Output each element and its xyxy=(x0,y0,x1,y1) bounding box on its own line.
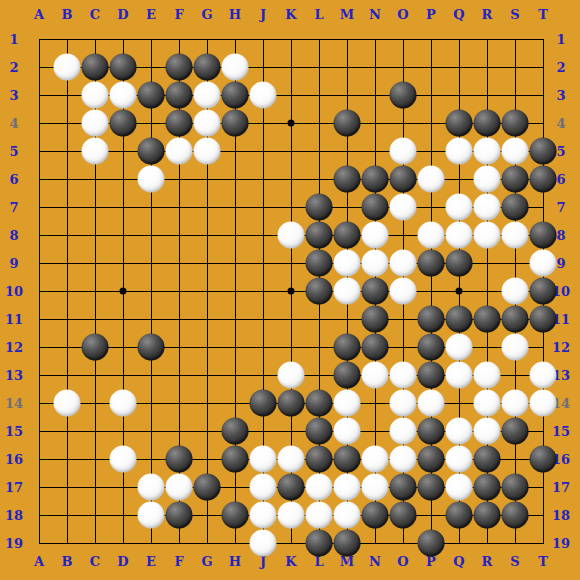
row-label: 1 xyxy=(556,33,565,46)
stone-black[interactable] xyxy=(222,110,249,137)
stone-black[interactable] xyxy=(418,250,445,277)
stone-white[interactable] xyxy=(390,250,417,277)
stone-white[interactable] xyxy=(474,418,501,445)
row-label: 11 xyxy=(5,313,23,326)
row-label: 3 xyxy=(9,89,18,102)
stone-white[interactable] xyxy=(82,82,109,109)
stone-black[interactable] xyxy=(306,194,333,221)
stone-black[interactable] xyxy=(82,334,109,361)
row-label: 19 xyxy=(552,537,570,550)
stone-black[interactable] xyxy=(362,166,389,193)
row-label: 5 xyxy=(556,145,565,158)
stone-white[interactable] xyxy=(110,82,137,109)
column-label: E xyxy=(146,555,156,568)
grid-hline xyxy=(39,543,544,544)
column-label: D xyxy=(117,555,128,568)
stone-white[interactable] xyxy=(138,166,165,193)
column-label: A xyxy=(34,555,44,568)
stone-black[interactable] xyxy=(502,166,529,193)
stone-white[interactable] xyxy=(82,110,109,137)
stone-white[interactable] xyxy=(250,82,277,109)
stone-black[interactable] xyxy=(222,502,249,529)
stone-white[interactable] xyxy=(362,446,389,473)
stone-black[interactable] xyxy=(502,502,529,529)
stone-white[interactable] xyxy=(418,390,445,417)
stone-white[interactable] xyxy=(446,418,473,445)
stone-white[interactable] xyxy=(334,390,361,417)
row-label: 3 xyxy=(556,89,565,102)
stone-black[interactable] xyxy=(530,222,557,249)
row-label: 2 xyxy=(9,61,18,74)
column-label: M xyxy=(340,8,354,21)
stone-black[interactable] xyxy=(474,446,501,473)
stone-black[interactable] xyxy=(194,54,221,81)
row-label: 15 xyxy=(5,425,23,438)
stone-white[interactable] xyxy=(250,502,277,529)
row-label: 16 xyxy=(5,453,23,466)
stone-black[interactable] xyxy=(278,390,305,417)
stone-black[interactable] xyxy=(390,502,417,529)
stone-white[interactable] xyxy=(334,502,361,529)
stone-black[interactable] xyxy=(138,334,165,361)
column-label: O xyxy=(397,555,408,568)
stone-black[interactable] xyxy=(502,306,529,333)
stone-black[interactable] xyxy=(222,82,249,109)
stone-black[interactable] xyxy=(334,334,361,361)
column-label: L xyxy=(314,8,323,21)
hoshi-point xyxy=(288,288,295,295)
stone-black[interactable] xyxy=(418,418,445,445)
stone-white[interactable] xyxy=(390,278,417,305)
stone-black[interactable] xyxy=(502,418,529,445)
column-label: B xyxy=(62,555,73,568)
stone-white[interactable] xyxy=(278,446,305,473)
stone-white[interactable] xyxy=(390,446,417,473)
column-label: G xyxy=(201,8,212,21)
stone-black[interactable] xyxy=(502,194,529,221)
column-label: E xyxy=(146,8,156,21)
stone-black[interactable] xyxy=(502,110,529,137)
stone-white[interactable] xyxy=(278,362,305,389)
stone-white[interactable] xyxy=(194,82,221,109)
row-label: 8 xyxy=(556,229,565,242)
row-label: 17 xyxy=(5,481,23,494)
stone-white[interactable] xyxy=(502,334,529,361)
stone-white[interactable] xyxy=(530,250,557,277)
stone-white[interactable] xyxy=(54,54,81,81)
stone-black[interactable] xyxy=(474,306,501,333)
stone-white[interactable] xyxy=(446,474,473,501)
stone-white[interactable] xyxy=(418,166,445,193)
row-label: 1 xyxy=(9,33,18,46)
column-label: F xyxy=(174,8,183,21)
stone-black[interactable] xyxy=(138,138,165,165)
stone-black[interactable] xyxy=(306,390,333,417)
stone-black[interactable] xyxy=(530,306,557,333)
stone-black[interactable] xyxy=(418,334,445,361)
stone-black[interactable] xyxy=(166,502,193,529)
column-label: Q xyxy=(453,555,464,568)
stone-black[interactable] xyxy=(306,446,333,473)
stone-white[interactable] xyxy=(166,474,193,501)
column-label: B xyxy=(62,8,73,21)
stone-white[interactable] xyxy=(138,474,165,501)
column-label: R xyxy=(482,8,493,21)
stone-black[interactable] xyxy=(362,334,389,361)
stone-black[interactable] xyxy=(306,530,333,557)
stone-black[interactable] xyxy=(306,278,333,305)
stone-black[interactable] xyxy=(334,222,361,249)
stone-white[interactable] xyxy=(474,166,501,193)
stone-white[interactable] xyxy=(250,530,277,557)
row-label: 4 xyxy=(556,117,565,130)
stone-black[interactable] xyxy=(222,446,249,473)
stone-white[interactable] xyxy=(446,334,473,361)
stone-white[interactable] xyxy=(362,474,389,501)
stone-black[interactable] xyxy=(446,110,473,137)
row-label: 18 xyxy=(5,509,23,522)
stone-white[interactable] xyxy=(446,222,473,249)
stone-black[interactable] xyxy=(446,250,473,277)
stone-white[interactable] xyxy=(138,502,165,529)
row-label: 7 xyxy=(556,201,565,214)
stone-white[interactable] xyxy=(334,474,361,501)
stone-black[interactable] xyxy=(110,54,137,81)
row-label: 13 xyxy=(5,369,23,382)
stone-black[interactable] xyxy=(474,502,501,529)
stone-white[interactable] xyxy=(194,138,221,165)
stone-black[interactable] xyxy=(194,474,221,501)
stone-white[interactable] xyxy=(502,222,529,249)
hoshi-point xyxy=(120,288,127,295)
hoshi-point xyxy=(288,120,295,127)
stone-white[interactable] xyxy=(110,446,137,473)
row-label: 14 xyxy=(5,397,23,410)
column-label: C xyxy=(90,555,100,568)
stone-black[interactable] xyxy=(390,166,417,193)
stone-black[interactable] xyxy=(418,446,445,473)
stone-black[interactable] xyxy=(446,306,473,333)
stone-white[interactable] xyxy=(474,362,501,389)
column-label: N xyxy=(369,8,381,21)
stone-white[interactable] xyxy=(446,362,473,389)
row-label: 6 xyxy=(556,173,565,186)
column-label: A xyxy=(34,8,44,21)
stone-white[interactable] xyxy=(306,502,333,529)
column-label: S xyxy=(510,8,519,21)
stone-white[interactable] xyxy=(446,446,473,473)
stone-white[interactable] xyxy=(530,362,557,389)
stone-black[interactable] xyxy=(390,474,417,501)
stone-black[interactable] xyxy=(390,82,417,109)
stone-white[interactable] xyxy=(390,362,417,389)
row-label: 10 xyxy=(5,285,23,298)
stone-white[interactable] xyxy=(110,390,137,417)
stone-black[interactable] xyxy=(362,502,389,529)
stone-white[interactable] xyxy=(502,390,529,417)
column-label: C xyxy=(90,8,100,21)
stone-white[interactable] xyxy=(530,390,557,417)
stone-black[interactable] xyxy=(362,278,389,305)
stone-black[interactable] xyxy=(418,474,445,501)
row-label: 6 xyxy=(9,173,18,186)
stone-black[interactable] xyxy=(362,306,389,333)
stone-black[interactable] xyxy=(474,110,501,137)
row-label: 19 xyxy=(5,537,23,550)
row-label: 17 xyxy=(552,481,570,494)
stone-black[interactable] xyxy=(278,474,305,501)
column-label: P xyxy=(426,8,436,21)
stone-white[interactable] xyxy=(250,474,277,501)
stone-black[interactable] xyxy=(502,474,529,501)
stone-black[interactable] xyxy=(166,446,193,473)
column-label: F xyxy=(174,555,183,568)
row-label: 18 xyxy=(552,509,570,522)
stone-white[interactable] xyxy=(474,138,501,165)
row-label: 15 xyxy=(552,425,570,438)
column-label: R xyxy=(482,555,493,568)
stone-white[interactable] xyxy=(418,222,445,249)
stone-black[interactable] xyxy=(530,278,557,305)
stone-white[interactable] xyxy=(334,418,361,445)
stone-black[interactable] xyxy=(418,530,445,557)
column-label: H xyxy=(229,8,241,21)
stone-black[interactable] xyxy=(334,166,361,193)
row-label: 12 xyxy=(5,341,23,354)
go-board[interactable]: AABBCCDDEEFFGGHHJJKKLLMMNNOOPPQQRRSSTT11… xyxy=(0,0,580,580)
column-label: H xyxy=(229,555,241,568)
stone-black[interactable] xyxy=(530,166,557,193)
stone-black[interactable] xyxy=(82,54,109,81)
row-label: 9 xyxy=(556,257,565,270)
stone-white[interactable] xyxy=(306,474,333,501)
stone-white[interactable] xyxy=(474,390,501,417)
stone-white[interactable] xyxy=(446,194,473,221)
column-label: J xyxy=(260,8,266,21)
row-label: 7 xyxy=(9,201,18,214)
stone-black[interactable] xyxy=(222,418,249,445)
stone-white[interactable] xyxy=(362,222,389,249)
stone-white[interactable] xyxy=(278,222,305,249)
row-label: 9 xyxy=(9,257,18,270)
stone-white[interactable] xyxy=(334,250,361,277)
stone-white[interactable] xyxy=(54,390,81,417)
stone-white[interactable] xyxy=(390,390,417,417)
row-label: 5 xyxy=(9,145,18,158)
column-label: K xyxy=(285,555,296,568)
stone-black[interactable] xyxy=(362,194,389,221)
column-label: T xyxy=(538,8,548,21)
column-label: D xyxy=(117,8,128,21)
stone-white[interactable] xyxy=(334,278,361,305)
stone-white[interactable] xyxy=(166,138,193,165)
stone-black[interactable] xyxy=(166,82,193,109)
hoshi-point xyxy=(456,288,463,295)
stone-white[interactable] xyxy=(194,110,221,137)
row-label: 8 xyxy=(9,229,18,242)
column-label: T xyxy=(538,555,548,568)
row-label: 2 xyxy=(556,61,565,74)
stone-black[interactable] xyxy=(530,446,557,473)
column-label: G xyxy=(201,555,212,568)
stone-black[interactable] xyxy=(166,110,193,137)
stone-black[interactable] xyxy=(334,446,361,473)
stone-white[interactable] xyxy=(82,138,109,165)
stone-white[interactable] xyxy=(474,194,501,221)
stone-white[interactable] xyxy=(502,138,529,165)
stone-black[interactable] xyxy=(166,54,193,81)
stone-black[interactable] xyxy=(418,306,445,333)
stone-black[interactable] xyxy=(306,250,333,277)
column-label: O xyxy=(397,8,408,21)
stone-black[interactable] xyxy=(110,110,137,137)
stone-black[interactable] xyxy=(334,530,361,557)
stone-black[interactable] xyxy=(334,110,361,137)
stone-white[interactable] xyxy=(362,250,389,277)
stone-white[interactable] xyxy=(446,138,473,165)
stone-white[interactable] xyxy=(222,54,249,81)
column-label: K xyxy=(285,8,296,21)
stone-black[interactable] xyxy=(446,502,473,529)
row-label: 12 xyxy=(552,341,570,354)
stone-black[interactable] xyxy=(418,362,445,389)
column-label: Q xyxy=(453,8,464,21)
stone-black[interactable] xyxy=(138,82,165,109)
stone-black[interactable] xyxy=(250,390,277,417)
row-label: 4 xyxy=(9,117,18,130)
stone-white[interactable] xyxy=(362,362,389,389)
stone-black[interactable] xyxy=(306,222,333,249)
stone-black[interactable] xyxy=(474,474,501,501)
stone-black[interactable] xyxy=(530,138,557,165)
stone-white[interactable] xyxy=(390,194,417,221)
stone-white[interactable] xyxy=(390,418,417,445)
column-label: S xyxy=(510,555,519,568)
stone-black[interactable] xyxy=(306,418,333,445)
stone-black[interactable] xyxy=(334,362,361,389)
stone-white[interactable] xyxy=(390,138,417,165)
column-label: N xyxy=(369,555,381,568)
stone-white[interactable] xyxy=(250,446,277,473)
stone-white[interactable] xyxy=(502,278,529,305)
stone-white[interactable] xyxy=(278,502,305,529)
stone-white[interactable] xyxy=(474,222,501,249)
